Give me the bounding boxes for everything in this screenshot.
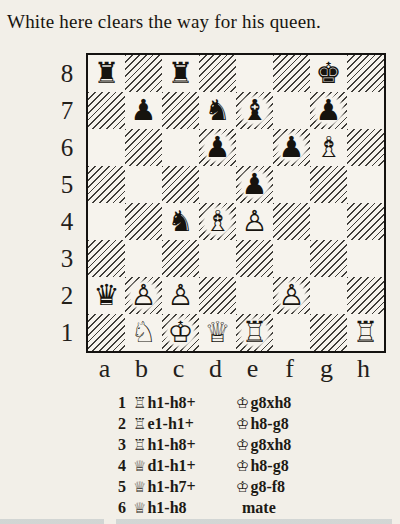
white-king-figurine-icon: ♔ <box>236 415 249 433</box>
black-move: ♔g8-f8 <box>236 476 285 498</box>
white-pawn-piece: ♙ <box>126 278 161 313</box>
move-row-2: 2♖e1-h1+♔h8-g8 <box>113 413 400 434</box>
rank-label-1: 1 <box>54 314 80 351</box>
black-pawn-piece: ♟ <box>237 167 272 202</box>
square-e4: ♙ <box>236 203 273 240</box>
white-queen-figurine-icon: ♕ <box>133 457 146 475</box>
square-b6 <box>125 129 162 166</box>
square-f7 <box>273 92 310 129</box>
square-d1: ♕ <box>199 314 236 351</box>
square-c1: ♔ <box>162 314 199 351</box>
white-queen-piece: ♕ <box>200 315 235 350</box>
move-row-3: 3♖h1-h8+♔g8xh8 <box>113 434 400 455</box>
square-h4 <box>347 203 384 240</box>
white-queen-figurine-icon: ♕ <box>133 499 146 517</box>
black-move: ♔g8xh8 <box>236 392 291 414</box>
square-b2: ♙ <box>125 277 162 314</box>
square-b8 <box>125 55 162 92</box>
rank-label-2: 2 <box>54 277 80 314</box>
square-b3 <box>125 240 162 277</box>
square-c3 <box>162 240 199 277</box>
black-rook-piece: ♜ <box>89 56 124 91</box>
rank-label-7: 7 <box>54 92 80 129</box>
square-b5 <box>125 166 162 203</box>
move-number: 5 <box>113 476 126 497</box>
square-b4 <box>125 203 162 240</box>
square-g3 <box>310 240 347 277</box>
square-g2 <box>310 277 347 314</box>
square-a2: ♛ <box>88 277 125 314</box>
black-move: ♔h8-g8 <box>236 413 289 435</box>
move-row-5: 5♕h1-h7+♔g8-f8 <box>113 476 400 497</box>
black-move-text: mate <box>242 499 276 516</box>
square-h6 <box>347 129 384 166</box>
rank-labels: 87654321 <box>54 53 80 353</box>
black-move-text: g8xh8 <box>250 394 291 411</box>
white-move: ♖e1-h1+ <box>133 413 236 435</box>
square-d5 <box>199 166 236 203</box>
square-f2: ♙ <box>273 277 310 314</box>
square-h3 <box>347 240 384 277</box>
move-number: 1 <box>113 392 126 413</box>
chess-board: ♜♜♚♟♞♝♟♟♟♗♟♞♗♙♛♙♙♙♘♔♕♖♖ <box>86 53 386 353</box>
square-f4 <box>273 203 310 240</box>
square-f1 <box>273 314 310 351</box>
square-e5: ♟ <box>236 166 273 203</box>
square-h5 <box>347 166 384 203</box>
white-pawn-piece: ♙ <box>163 278 198 313</box>
square-d6: ♟ <box>199 129 236 166</box>
white-rook-figurine-icon: ♖ <box>133 436 146 454</box>
puzzle-caption: White here clears the way for his queen. <box>0 0 400 35</box>
square-c4: ♞ <box>162 203 199 240</box>
white-move: ♕h1-h7+ <box>133 476 236 498</box>
square-h8 <box>347 55 384 92</box>
square-g7: ♟ <box>310 92 347 129</box>
black-move-text: h8-g8 <box>250 415 288 432</box>
white-pawn-piece: ♙ <box>274 278 309 313</box>
white-king-piece: ♔ <box>163 315 198 350</box>
square-c6 <box>162 129 199 166</box>
square-e2 <box>236 277 273 314</box>
black-move: mate <box>236 497 276 518</box>
black-queen-piece: ♛ <box>89 278 124 313</box>
white-king-figurine-icon: ♔ <box>236 436 249 454</box>
move-number: 2 <box>113 413 126 434</box>
white-rook-figurine-icon: ♖ <box>133 415 146 433</box>
white-bishop-piece: ♗ <box>311 130 346 165</box>
square-g5 <box>310 166 347 203</box>
square-h7 <box>347 92 384 129</box>
square-d3 <box>199 240 236 277</box>
file-label-h: h <box>345 354 382 384</box>
square-e6 <box>236 129 273 166</box>
white-king-figurine-icon: ♔ <box>236 478 249 496</box>
white-move-text: h1-h8 <box>147 499 186 516</box>
square-c5 <box>162 166 199 203</box>
rank-label-4: 4 <box>54 203 80 240</box>
board-area: 87654321 ♜♜♚♟♞♝♟♟♟♗♟♞♗♙♛♙♙♙♘♔♕♖♖ <box>54 53 400 353</box>
white-knight-piece: ♘ <box>126 315 161 350</box>
white-king-figurine-icon: ♔ <box>236 457 249 475</box>
file-label-a: a <box>86 354 123 384</box>
white-rook-figurine-icon: ♖ <box>133 394 146 412</box>
move-row-6: 6♕h1-h8mate <box>113 497 400 518</box>
black-pawn-piece: ♟ <box>311 93 346 128</box>
black-bishop-piece: ♝ <box>237 93 272 128</box>
rank-label-6: 6 <box>54 129 80 166</box>
black-move-text: g8-f8 <box>250 478 285 495</box>
square-a6 <box>88 129 125 166</box>
square-g1 <box>310 314 347 351</box>
square-g6: ♗ <box>310 129 347 166</box>
white-move: ♖h1-h8+ <box>133 434 236 456</box>
white-rook-piece: ♖ <box>348 315 383 350</box>
white-move: ♖h1-h8+ <box>133 392 236 414</box>
move-number: 4 <box>113 455 126 476</box>
white-bishop-piece: ♗ <box>200 204 235 239</box>
rank-label-8: 8 <box>54 55 80 92</box>
square-g8: ♚ <box>310 55 347 92</box>
move-number: 6 <box>113 497 126 518</box>
square-f5 <box>273 166 310 203</box>
file-label-g: g <box>308 354 345 384</box>
black-knight-piece: ♞ <box>200 93 235 128</box>
black-knight-piece: ♞ <box>163 204 198 239</box>
square-e8 <box>236 55 273 92</box>
square-h2 <box>347 277 384 314</box>
square-d2 <box>199 277 236 314</box>
square-a8: ♜ <box>88 55 125 92</box>
black-king-piece: ♚ <box>311 56 346 91</box>
move-number: 3 <box>113 434 126 455</box>
move-row-1: 1♖h1-h8+♔g8xh8 <box>113 392 400 413</box>
square-a1 <box>88 314 125 351</box>
square-a3 <box>88 240 125 277</box>
square-d7: ♞ <box>199 92 236 129</box>
file-labels: abcdefgh <box>86 353 386 385</box>
white-move-text: h1-h8+ <box>147 436 195 453</box>
move-row-4: 4♕d1-h1+♔h8-g8 <box>113 455 400 476</box>
square-c2: ♙ <box>162 277 199 314</box>
black-move-text: g8xh8 <box>250 436 291 453</box>
file-label-f: f <box>271 354 308 384</box>
square-e1: ♖ <box>236 314 273 351</box>
square-d4: ♗ <box>199 203 236 240</box>
square-c7 <box>162 92 199 129</box>
black-move-text: h8-g8 <box>250 457 288 474</box>
white-king-figurine-icon: ♔ <box>236 394 249 412</box>
square-f6: ♟ <box>273 129 310 166</box>
square-h1: ♖ <box>347 314 384 351</box>
white-pawn-piece: ♙ <box>237 204 272 239</box>
black-move: ♔h8-g8 <box>236 455 289 477</box>
square-a5 <box>88 166 125 203</box>
white-move: ♕d1-h1+ <box>133 455 236 477</box>
square-c8: ♜ <box>162 55 199 92</box>
black-rook-piece: ♜ <box>163 56 198 91</box>
rank-label-3: 3 <box>54 240 80 277</box>
square-g4 <box>310 203 347 240</box>
white-move-text: d1-h1+ <box>147 457 195 474</box>
file-label-e: e <box>234 354 271 384</box>
white-move-text: e1-h1+ <box>147 415 193 432</box>
square-f8 <box>273 55 310 92</box>
white-queen-figurine-icon: ♕ <box>133 478 146 496</box>
move-list: 1♖h1-h8+♔g8xh82♖e1-h1+♔h8-g83♖h1-h8+♔g8x… <box>113 392 400 518</box>
black-move: ♔g8xh8 <box>236 434 291 456</box>
rank-label-5: 5 <box>54 166 80 203</box>
square-a7 <box>88 92 125 129</box>
white-move-text: h1-h7+ <box>147 478 195 495</box>
page-edge-shadow <box>0 519 400 524</box>
black-pawn-piece: ♟ <box>126 93 161 128</box>
white-move-text: h1-h8+ <box>147 394 195 411</box>
square-e3 <box>236 240 273 277</box>
square-b7: ♟ <box>125 92 162 129</box>
file-label-d: d <box>197 354 234 384</box>
square-e7: ♝ <box>236 92 273 129</box>
square-b1: ♘ <box>125 314 162 351</box>
square-f3 <box>273 240 310 277</box>
black-pawn-piece: ♟ <box>200 130 235 165</box>
square-a4 <box>88 203 125 240</box>
white-rook-piece: ♖ <box>237 315 272 350</box>
square-d8 <box>199 55 236 92</box>
file-label-c: c <box>160 354 197 384</box>
file-label-b: b <box>123 354 160 384</box>
black-pawn-piece: ♟ <box>274 130 309 165</box>
book-page: White here clears the way for his queen.… <box>0 0 400 518</box>
white-move: ♕h1-h8 <box>133 497 236 519</box>
